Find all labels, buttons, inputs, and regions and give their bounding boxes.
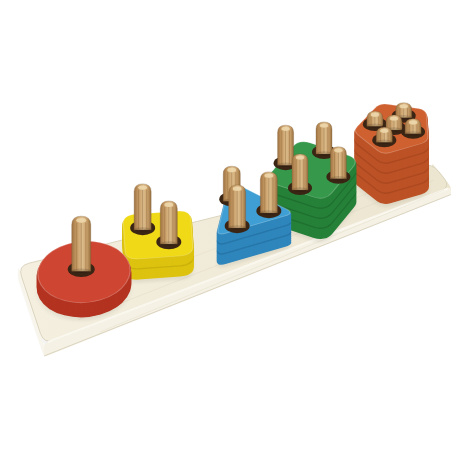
peg-dome-highlight: [164, 203, 173, 207]
peg-dome-highlight: [409, 120, 417, 124]
toy-scene: [0, 0, 460, 460]
peg-dome-highlight: [320, 123, 328, 127]
peg-dome-highlight: [371, 113, 379, 117]
peg-dome-highlight: [296, 155, 304, 159]
peg-dome-highlight: [138, 185, 147, 189]
peg-contact-shadow: [376, 140, 392, 144]
peg-dome-highlight: [264, 173, 273, 177]
peg-contact-shadow: [72, 268, 91, 272]
peg-dome-highlight: [76, 218, 86, 223]
wooden-peg: [130, 184, 155, 235]
peg-dome-highlight: [227, 168, 236, 172]
product-photo: [0, 0, 460, 460]
peg-contact-shadow: [134, 227, 151, 231]
peg-dome-highlight: [233, 186, 242, 190]
peg-contact-shadow: [160, 241, 177, 245]
peg-dome-highlight: [334, 148, 342, 152]
peg-dome-highlight: [400, 104, 408, 108]
wooden-peg: [68, 216, 95, 277]
wooden-peg: [225, 185, 250, 233]
peg-contact-shadow: [260, 210, 277, 214]
peg-dome-highlight: [281, 127, 289, 131]
peg-contact-shadow: [278, 163, 294, 167]
wooden-peg: [256, 172, 281, 218]
peg-contact-shadow: [292, 187, 308, 191]
peg-contact-shadow: [316, 151, 332, 155]
peg-dome-highlight: [390, 116, 398, 120]
peg-dome-highlight: [380, 129, 388, 133]
peg-contact-shadow: [367, 123, 383, 127]
wooden-peg: [156, 201, 181, 249]
peg-contact-shadow: [405, 131, 421, 135]
peg-contact-shadow: [229, 225, 246, 229]
peg-contact-shadow: [330, 176, 346, 180]
